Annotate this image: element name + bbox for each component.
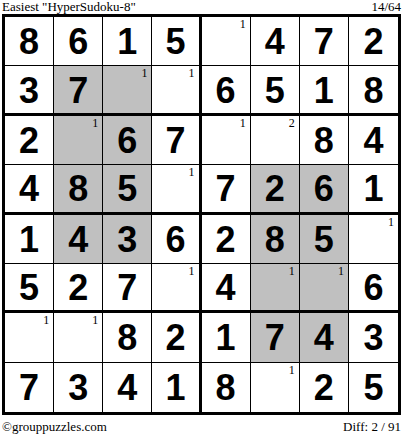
given-digit: 8: [19, 24, 39, 60]
pencil-mark: 1: [43, 314, 49, 326]
cell-r3c3[interactable]: 6: [103, 116, 152, 165]
pencil-mark: 1: [289, 364, 295, 376]
cell-r5c2[interactable]: 4: [54, 215, 103, 264]
given-digit: 1: [216, 320, 236, 356]
given-digit: 4: [363, 123, 383, 159]
pencil-mark: 1: [92, 314, 98, 326]
cell-r5c5[interactable]: 2: [202, 215, 251, 264]
given-digit: 1: [363, 171, 383, 207]
pencil-mark: 1: [240, 18, 246, 30]
given-digit: 4: [216, 270, 236, 306]
cell-r5c1[interactable]: 1: [5, 215, 54, 264]
cell-r2c3[interactable]: 1: [103, 66, 152, 115]
given-digit: 3: [68, 370, 88, 406]
given-digit: 4: [19, 171, 39, 207]
cell-r1c2[interactable]: 6: [54, 17, 103, 66]
header: Easiest "HyperSudoku-8" 14/64: [2, 0, 401, 14]
given-digit: 4: [314, 320, 334, 356]
pencil-mark: 1: [388, 216, 394, 228]
cell-r8c3[interactable]: 4: [103, 363, 152, 412]
cell-r1c6[interactable]: 4: [251, 17, 300, 66]
given-digit: 7: [265, 320, 285, 356]
given-digit: 2: [314, 370, 334, 406]
given-digit: 2: [216, 222, 236, 258]
cell-r4c3[interactable]: 5: [103, 165, 152, 214]
given-digit: 7: [216, 171, 236, 207]
given-digit: 2: [19, 123, 39, 159]
cell-r8c2[interactable]: 3: [54, 363, 103, 412]
cell-r3c7[interactable]: 8: [300, 116, 349, 165]
cell-r3c6[interactable]: 2: [251, 116, 300, 165]
given-digit: 5: [363, 370, 383, 406]
cell-r1c3[interactable]: 1: [103, 17, 152, 66]
cell-r8c1[interactable]: 7: [5, 363, 54, 412]
cell-r2c6[interactable]: 5: [251, 66, 300, 115]
given-digit: 4: [68, 222, 88, 258]
given-digit: 8: [117, 320, 137, 356]
given-digit: 2: [68, 270, 88, 306]
pencil-mark: 1: [289, 265, 295, 277]
cell-r6c5[interactable]: 4: [202, 264, 251, 313]
cell-r1c8[interactable]: 2: [349, 17, 398, 66]
given-digit: 8: [314, 123, 334, 159]
cell-r7c3[interactable]: 8: [103, 313, 152, 362]
cell-r8c8[interactable]: 5: [349, 363, 398, 412]
cell-r8c7[interactable]: 2: [300, 363, 349, 412]
cell-r5c7[interactable]: 5: [300, 215, 349, 264]
given-digit: 6: [68, 24, 88, 60]
cell-r4c7[interactable]: 6: [300, 165, 349, 214]
given-digit: 8: [68, 171, 88, 207]
copyright-text: ©grouppuzzles.com: [2, 419, 107, 435]
given-digit: 8: [265, 222, 285, 258]
pencil-mark: 1: [92, 117, 98, 129]
given-digit: 2: [265, 171, 285, 207]
cell-r7c8[interactable]: 3: [349, 313, 398, 362]
cell-r2c4[interactable]: 1: [152, 66, 201, 115]
cell-r8c6[interactable]: 1: [251, 363, 300, 412]
given-digit: 5: [117, 171, 137, 207]
cell-r1c1[interactable]: 8: [5, 17, 54, 66]
given-digit: 2: [363, 24, 383, 60]
given-digit: 3: [363, 320, 383, 356]
footer: ©grouppuzzles.com Diff: 2 / 91: [2, 419, 401, 435]
cell-r8c4[interactable]: 1: [152, 363, 201, 412]
progress-counter: 14/64: [371, 0, 401, 14]
cell-r1c7[interactable]: 7: [300, 17, 349, 66]
cell-r8c5[interactable]: 8: [202, 363, 251, 412]
given-digit: 7: [68, 73, 88, 109]
cell-r2c2[interactable]: 7: [54, 66, 103, 115]
board: 8615147237116518216712844851726114362851…: [2, 14, 401, 415]
puzzle-title: Easiest "HyperSudoku-8": [2, 0, 136, 14]
cell-r6c1[interactable]: 5: [5, 264, 54, 313]
cell-r3c1[interactable]: 2: [5, 116, 54, 165]
given-digit: 7: [314, 24, 334, 60]
given-digit: 7: [165, 123, 185, 159]
cell-r2c8[interactable]: 8: [349, 66, 398, 115]
pencil-mark: 1: [141, 67, 147, 79]
given-digit: 5: [314, 222, 334, 258]
given-digit: 7: [19, 370, 39, 406]
pencil-mark: 1: [189, 166, 195, 178]
cell-r4c8[interactable]: 1: [349, 165, 398, 214]
cell-r6c3[interactable]: 7: [103, 264, 152, 313]
given-digit: 4: [117, 370, 137, 406]
given-digit: 6: [363, 270, 383, 306]
cell-r2c7[interactable]: 1: [300, 66, 349, 115]
cell-r7c5[interactable]: 1: [202, 313, 251, 362]
cell-r3c2[interactable]: 1: [54, 116, 103, 165]
cell-r7c4[interactable]: 2: [152, 313, 201, 362]
cell-r5c4[interactable]: 6: [152, 215, 201, 264]
given-digit: 1: [165, 370, 185, 406]
cell-r4c6[interactable]: 2: [251, 165, 300, 214]
pencil-mark: 1: [189, 67, 195, 79]
cell-r4c5[interactable]: 7: [202, 165, 251, 214]
cell-r6c4[interactable]: 1: [152, 264, 201, 313]
cell-r6c6[interactable]: 1: [251, 264, 300, 313]
given-digit: 1: [117, 24, 137, 60]
cell-r3c5[interactable]: 1: [202, 116, 251, 165]
cell-r6c2[interactable]: 2: [54, 264, 103, 313]
cell-r1c4[interactable]: 5: [152, 17, 201, 66]
given-digit: 3: [19, 73, 39, 109]
given-digit: 2: [165, 320, 185, 356]
given-digit: 8: [363, 73, 383, 109]
given-digit: 8: [216, 370, 236, 406]
given-digit: 1: [19, 222, 39, 258]
pencil-mark: 1: [240, 117, 246, 129]
cell-r3c4[interactable]: 7: [152, 116, 201, 165]
given-digit: 5: [265, 73, 285, 109]
cell-r5c8[interactable]: 1: [349, 215, 398, 264]
cell-r4c1[interactable]: 4: [5, 165, 54, 214]
cell-r7c6[interactable]: 7: [251, 313, 300, 362]
cell-r5c3[interactable]: 3: [103, 215, 152, 264]
given-digit: 6: [314, 171, 334, 207]
pencil-mark: 1: [189, 265, 195, 277]
cell-r4c2[interactable]: 8: [54, 165, 103, 214]
cell-r6c8[interactable]: 6: [349, 264, 398, 313]
pencil-mark: 1: [338, 265, 344, 277]
difficulty-text: Diff: 2 / 91: [343, 419, 401, 435]
given-digit: 7: [117, 270, 137, 306]
cell-r7c2[interactable]: 1: [54, 313, 103, 362]
given-digit: 6: [216, 73, 236, 109]
cell-r7c1[interactable]: 1: [5, 313, 54, 362]
cell-r2c5[interactable]: 6: [202, 66, 251, 115]
given-digit: 5: [165, 24, 185, 60]
cell-r1c5[interactable]: 1: [202, 17, 251, 66]
cell-r6c7[interactable]: 1: [300, 264, 349, 313]
given-digit: 4: [265, 24, 285, 60]
cell-r4c4[interactable]: 1: [152, 165, 201, 214]
given-digit: 5: [19, 270, 39, 306]
cell-r3c8[interactable]: 4: [349, 116, 398, 165]
given-digit: 3: [117, 222, 137, 258]
given-digit: 1: [314, 73, 334, 109]
given-digit: 6: [117, 123, 137, 159]
cell-r5c6[interactable]: 8: [251, 215, 300, 264]
cell-r7c7[interactable]: 4: [300, 313, 349, 362]
pencil-mark: 2: [289, 117, 295, 129]
cell-r2c1[interactable]: 3: [5, 66, 54, 115]
given-digit: 6: [165, 222, 185, 258]
